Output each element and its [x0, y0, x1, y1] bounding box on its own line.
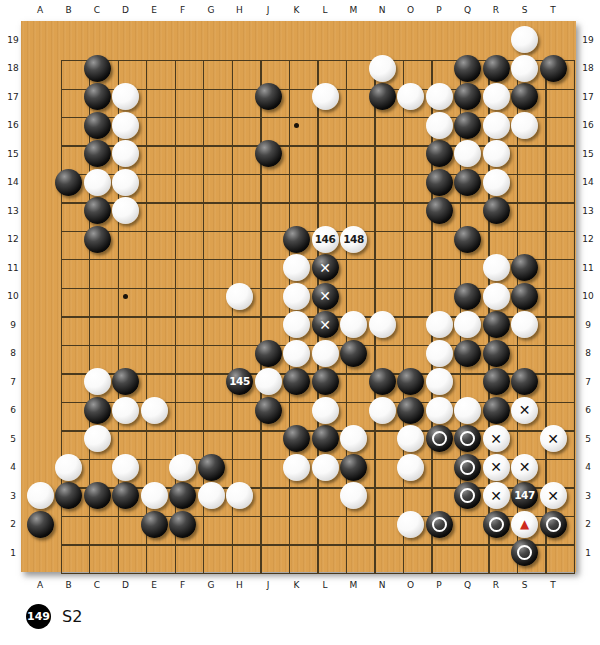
- white-stone: [169, 454, 196, 481]
- cross-mark-icon: ✕: [319, 261, 331, 275]
- column-label-top: J: [267, 5, 270, 15]
- black-stone: [426, 197, 453, 224]
- column-label-bottom: N: [379, 580, 386, 590]
- row-label-right: 1: [585, 548, 591, 558]
- white-stone: [198, 482, 225, 509]
- black-stone: [84, 83, 111, 110]
- white-stone: [283, 311, 310, 338]
- move-number-label: 145: [229, 376, 249, 387]
- black-stone: [84, 397, 111, 424]
- white-stone: [112, 140, 139, 167]
- column-label-bottom: M: [350, 580, 358, 590]
- white-stone: [141, 482, 168, 509]
- column-label-top: A: [37, 5, 43, 15]
- black-stone: [454, 112, 481, 139]
- black-stone: [84, 226, 111, 253]
- row-label-right: 19: [582, 35, 593, 45]
- cross-mark-icon: ✕: [519, 403, 531, 417]
- black-stone: [255, 83, 282, 110]
- cross-mark-icon: ✕: [490, 489, 502, 503]
- black-stone: [483, 197, 510, 224]
- black-stone: [426, 425, 453, 452]
- black-stone: [312, 368, 339, 395]
- white-stone: [511, 311, 538, 338]
- cross-mark-icon: ✕: [319, 289, 331, 303]
- row-label-right: 11: [582, 263, 593, 273]
- black-stone: [511, 283, 538, 310]
- row-label-right: 3: [585, 491, 591, 501]
- column-label-top: L: [322, 5, 327, 15]
- black-stone: [141, 511, 168, 538]
- move-number-label: 146: [315, 234, 335, 245]
- white-stone: [340, 311, 367, 338]
- caption-coordinate: S2: [62, 607, 82, 626]
- white-stone: [283, 254, 310, 281]
- black-stone: [84, 140, 111, 167]
- row-label-right: 10: [582, 291, 593, 301]
- black-stone: [369, 83, 396, 110]
- black-stone: [340, 340, 367, 367]
- column-label-bottom: G: [208, 580, 215, 590]
- row-label-left: 17: [7, 92, 18, 102]
- column-label-bottom: T: [550, 580, 556, 590]
- white-stone: [112, 454, 139, 481]
- white-stone: [483, 83, 510, 110]
- row-label-left: 5: [10, 434, 16, 444]
- black-stone: [483, 311, 510, 338]
- white-stone: [426, 311, 453, 338]
- white-stone: [84, 368, 111, 395]
- black-stone: [283, 226, 310, 253]
- black-stone: [540, 55, 567, 82]
- white-stone: [369, 397, 396, 424]
- black-stone: [426, 140, 453, 167]
- white-stone: [426, 112, 453, 139]
- white-stone: [483, 254, 510, 281]
- white-stone: [483, 283, 510, 310]
- black-stone: [454, 83, 481, 110]
- cross-mark-icon: ✕: [519, 460, 531, 474]
- row-label-right: 12: [582, 234, 593, 244]
- white-stone: [112, 112, 139, 139]
- star-point: [294, 123, 299, 128]
- white-stone: [283, 340, 310, 367]
- white-stone: [340, 425, 367, 452]
- cross-mark-icon: ✕: [490, 460, 502, 474]
- column-label-bottom: H: [236, 580, 243, 590]
- white-stone: 146: [312, 226, 339, 253]
- column-label-top: M: [350, 5, 358, 15]
- row-label-left: 2: [10, 519, 16, 529]
- column-label-bottom: K: [294, 580, 300, 590]
- row-label-right: 5: [585, 434, 591, 444]
- column-label-bottom: F: [180, 580, 185, 590]
- column-label-top: G: [208, 5, 215, 15]
- white-stone: [84, 425, 111, 452]
- white-stone: [112, 83, 139, 110]
- row-label-left: 3: [10, 491, 16, 501]
- row-label-left: 8: [10, 348, 16, 358]
- black-stone: [84, 197, 111, 224]
- black-stone: [84, 482, 111, 509]
- black-stone: [454, 482, 481, 509]
- black-stone: [483, 340, 510, 367]
- white-stone: ✕: [511, 397, 538, 424]
- white-stone: [369, 55, 396, 82]
- black-stone: [169, 511, 196, 538]
- row-label-left: 6: [10, 405, 16, 415]
- row-label-right: 16: [582, 120, 593, 130]
- white-stone: [283, 454, 310, 481]
- black-stone: [84, 112, 111, 139]
- white-stone: [255, 368, 282, 395]
- black-stone: [483, 55, 510, 82]
- white-stone: [426, 83, 453, 110]
- white-stone: ✕: [483, 425, 510, 452]
- column-label-top: Q: [464, 5, 471, 15]
- white-stone: [312, 340, 339, 367]
- caption-move-number: 149: [27, 610, 50, 623]
- white-stone: [312, 454, 339, 481]
- white-stone: 148: [340, 226, 367, 253]
- black-stone: [454, 425, 481, 452]
- black-stone: [454, 55, 481, 82]
- white-stone: ▲: [511, 511, 538, 538]
- row-label-right: 18: [582, 63, 593, 73]
- go-game-diagram: 149 S2 AABBCCDDEEFFGGHHJJKKLLMMNNOOPPQQR…: [0, 0, 600, 645]
- black-stone: [169, 482, 196, 509]
- white-stone: [226, 283, 253, 310]
- black-stone: [511, 539, 538, 566]
- column-label-top: S: [522, 5, 528, 15]
- white-stone: [454, 397, 481, 424]
- column-label-bottom: C: [94, 580, 100, 590]
- black-stone: ✕: [312, 311, 339, 338]
- circle-mark-icon: [460, 460, 475, 475]
- white-stone: [141, 397, 168, 424]
- row-label-right: 2: [585, 519, 591, 529]
- white-stone: [112, 169, 139, 196]
- black-stone: [483, 368, 510, 395]
- black-stone: [112, 482, 139, 509]
- column-label-top: D: [122, 5, 129, 15]
- row-label-right: 9: [585, 320, 591, 330]
- move-number-label: 147: [514, 490, 534, 501]
- row-label-left: 14: [7, 177, 18, 187]
- column-label-top: E: [151, 5, 157, 15]
- column-label-bottom: Q: [464, 580, 471, 590]
- white-stone: [397, 511, 424, 538]
- white-stone: ✕: [540, 425, 567, 452]
- black-stone: [511, 368, 538, 395]
- black-stone: [426, 511, 453, 538]
- row-label-left: 15: [7, 149, 18, 159]
- row-label-left: 9: [10, 320, 16, 330]
- white-stone: [483, 112, 510, 139]
- circle-mark-icon: [489, 517, 504, 532]
- caption-move-stone-icon: 149: [26, 604, 51, 629]
- white-stone: [312, 83, 339, 110]
- column-label-bottom: A: [37, 580, 43, 590]
- black-stone: [312, 425, 339, 452]
- column-label-bottom: S: [522, 580, 528, 590]
- row-label-right: 7: [585, 377, 591, 387]
- white-stone: [55, 454, 82, 481]
- row-label-left: 12: [7, 234, 18, 244]
- row-label-right: 17: [582, 92, 593, 102]
- black-stone: [397, 368, 424, 395]
- row-label-left: 13: [7, 206, 18, 216]
- black-stone: [483, 397, 510, 424]
- row-label-left: 1: [10, 548, 16, 558]
- white-stone: [27, 482, 54, 509]
- column-label-bottom: P: [436, 580, 441, 590]
- black-stone: [511, 83, 538, 110]
- black-stone: [340, 454, 367, 481]
- white-stone: [426, 368, 453, 395]
- move-caption: 149 S2: [26, 604, 82, 629]
- black-stone: [27, 511, 54, 538]
- black-stone: [84, 55, 111, 82]
- black-stone: [255, 340, 282, 367]
- black-stone: [483, 511, 510, 538]
- white-stone: [483, 169, 510, 196]
- row-label-right: 14: [582, 177, 593, 187]
- white-stone: [112, 397, 139, 424]
- black-stone: [112, 368, 139, 395]
- column-label-top: N: [379, 5, 386, 15]
- black-stone: ✕: [312, 254, 339, 281]
- row-label-left: 4: [10, 462, 16, 472]
- circle-mark-icon: [432, 431, 447, 446]
- white-stone: [397, 454, 424, 481]
- black-stone: 147: [511, 482, 538, 509]
- move-number-label: 148: [343, 234, 363, 245]
- black-stone: [454, 283, 481, 310]
- white-stone: [483, 140, 510, 167]
- row-label-left: 16: [7, 120, 18, 130]
- white-stone: [426, 340, 453, 367]
- column-label-bottom: J: [267, 580, 270, 590]
- column-label-bottom: E: [151, 580, 157, 590]
- white-stone: [312, 397, 339, 424]
- black-stone: [426, 169, 453, 196]
- white-stone: [454, 140, 481, 167]
- black-stone: [255, 397, 282, 424]
- white-stone: [397, 425, 424, 452]
- black-stone: [55, 482, 82, 509]
- column-label-bottom: R: [493, 580, 499, 590]
- black-stone: [454, 169, 481, 196]
- row-label-left: 11: [7, 263, 18, 273]
- row-label-right: 6: [585, 405, 591, 415]
- white-stone: ✕: [483, 482, 510, 509]
- column-label-top: F: [180, 5, 185, 15]
- row-label-right: 8: [585, 348, 591, 358]
- black-stone: [540, 511, 567, 538]
- column-label-bottom: O: [407, 580, 414, 590]
- white-stone: [511, 55, 538, 82]
- column-label-top: T: [550, 5, 556, 15]
- white-stone: [511, 26, 538, 53]
- white-stone: [426, 397, 453, 424]
- black-stone: [283, 368, 310, 395]
- black-stone: [55, 169, 82, 196]
- black-stone: [454, 454, 481, 481]
- black-stone: [397, 397, 424, 424]
- circle-mark-icon: [460, 431, 475, 446]
- white-stone: ✕: [540, 482, 567, 509]
- black-stone: 145: [226, 368, 253, 395]
- black-stone: [511, 254, 538, 281]
- row-label-left: 19: [7, 35, 18, 45]
- row-label-right: 15: [582, 149, 593, 159]
- column-label-top: H: [236, 5, 243, 15]
- cross-mark-icon: ✕: [490, 432, 502, 446]
- row-label-right: 13: [582, 206, 593, 216]
- column-label-bottom: L: [322, 580, 327, 590]
- column-label-top: K: [294, 5, 300, 15]
- white-stone: [283, 283, 310, 310]
- white-stone: [511, 112, 538, 139]
- white-stone: [84, 169, 111, 196]
- black-stone: [283, 425, 310, 452]
- white-stone: [397, 83, 424, 110]
- cross-mark-icon: ✕: [547, 432, 559, 446]
- black-stone: [255, 140, 282, 167]
- white-stone: [369, 311, 396, 338]
- column-label-top: P: [436, 5, 441, 15]
- circle-mark-icon: [546, 517, 561, 532]
- row-label-left: 18: [7, 63, 18, 73]
- column-label-top: R: [493, 5, 499, 15]
- white-stone: [226, 482, 253, 509]
- black-stone: [198, 454, 225, 481]
- black-stone: [454, 226, 481, 253]
- star-point: [123, 294, 128, 299]
- black-stone: [454, 340, 481, 367]
- white-stone: [112, 197, 139, 224]
- row-label-left: 7: [10, 377, 16, 387]
- black-stone: ✕: [312, 283, 339, 310]
- circle-mark-icon: [460, 488, 475, 503]
- row-label-right: 4: [585, 462, 591, 472]
- row-label-left: 10: [7, 291, 18, 301]
- white-stone: ✕: [483, 454, 510, 481]
- white-stone: [340, 482, 367, 509]
- circle-mark-icon: [517, 545, 532, 560]
- white-stone: ✕: [511, 454, 538, 481]
- cross-mark-icon: ✕: [547, 489, 559, 503]
- column-label-bottom: D: [122, 580, 129, 590]
- white-stone: [454, 311, 481, 338]
- column-label-top: B: [65, 5, 71, 15]
- circle-mark-icon: [432, 517, 447, 532]
- triangle-mark-icon: ▲: [520, 518, 529, 530]
- cross-mark-icon: ✕: [319, 318, 331, 332]
- column-label-top: C: [94, 5, 100, 15]
- column-label-top: O: [407, 5, 414, 15]
- column-label-bottom: B: [65, 580, 71, 590]
- black-stone: [369, 368, 396, 395]
